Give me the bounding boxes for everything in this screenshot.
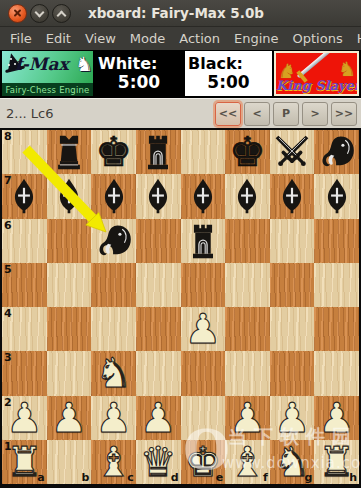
square-f6[interactable] bbox=[225, 219, 270, 263]
rank-label-6: 6 bbox=[4, 219, 12, 232]
square-g6[interactable] bbox=[270, 219, 315, 263]
rank-label-3: 3 bbox=[4, 351, 12, 364]
square-g1[interactable]: g♞ bbox=[270, 440, 315, 484]
square-c1[interactable]: c♝ bbox=[91, 440, 136, 484]
chevron-up-icon bbox=[57, 10, 67, 20]
square-f2[interactable]: ♟ bbox=[225, 396, 270, 440]
current-move-text: 2... Lc6 bbox=[6, 106, 212, 121]
square-b1[interactable]: b bbox=[47, 440, 92, 484]
white-knight-icon: ♞ bbox=[75, 52, 93, 76]
white-pawn: ♟ bbox=[184, 307, 221, 351]
square-b2[interactable]: ♟ bbox=[47, 396, 92, 440]
white-engine-logo: f-Max ♞ Fairy-Chess Engine bbox=[2, 51, 93, 96]
black-spartan-king: ♚ bbox=[229, 130, 266, 174]
nav-to-start-button[interactable]: << bbox=[215, 102, 241, 126]
nav-pause-button[interactable]: P bbox=[273, 102, 299, 126]
square-a4[interactable]: 4 bbox=[2, 307, 47, 351]
black-lieutenant-elephant bbox=[317, 132, 357, 172]
black-spartan-king: ♚ bbox=[95, 130, 132, 174]
square-e7[interactable] bbox=[181, 174, 226, 218]
square-b5[interactable] bbox=[47, 263, 92, 307]
black-hoplite-spear bbox=[94, 176, 134, 216]
square-d5[interactable] bbox=[136, 263, 181, 307]
black-hoplite-spear bbox=[138, 176, 178, 216]
board: 8 ♚ ♚ 7 bbox=[2, 130, 359, 484]
close-button[interactable] bbox=[8, 4, 27, 23]
black-clock[interactable]: Black: 5:00 bbox=[185, 51, 272, 96]
file-label-h: h bbox=[349, 471, 357, 484]
square-c8[interactable]: ♚ bbox=[91, 130, 136, 174]
white-clock[interactable]: White: 5:00 bbox=[95, 51, 183, 96]
rank-label-5: 5 bbox=[4, 263, 12, 276]
black-engine-name: King Slayer bbox=[276, 78, 357, 93]
file-label-g: g bbox=[305, 471, 313, 484]
square-a7[interactable]: 7 bbox=[2, 174, 47, 218]
white-pawn: ♟ bbox=[140, 396, 177, 440]
square-a2[interactable]: 2♟ bbox=[2, 396, 47, 440]
black-warlord-crossed-swords bbox=[272, 132, 312, 172]
square-d6[interactable] bbox=[136, 219, 181, 263]
square-a1[interactable]: 1a♜ bbox=[2, 440, 47, 484]
file-label-d: d bbox=[171, 471, 179, 484]
black-hoplite-spear bbox=[183, 176, 223, 216]
white-pawn: ♟ bbox=[229, 396, 266, 440]
square-c7[interactable] bbox=[91, 174, 136, 218]
white-pawn: ♟ bbox=[274, 396, 311, 440]
square-e6[interactable] bbox=[181, 219, 226, 263]
square-c6[interactable] bbox=[91, 219, 136, 263]
square-e3[interactable] bbox=[181, 351, 226, 395]
menu-file[interactable]: File bbox=[3, 29, 39, 48]
file-label-a: a bbox=[37, 471, 44, 484]
square-d1[interactable]: d♛ bbox=[136, 440, 181, 484]
square-h6[interactable] bbox=[314, 219, 359, 263]
maximize-button[interactable] bbox=[52, 4, 71, 23]
white-engine-name: f-Max bbox=[15, 54, 69, 74]
white-pawn: ♟ bbox=[51, 396, 88, 440]
square-f7[interactable] bbox=[225, 174, 270, 218]
square-d3[interactable] bbox=[136, 351, 181, 395]
square-f3[interactable] bbox=[225, 351, 270, 395]
black-clock-label: Black: bbox=[185, 55, 272, 73]
square-b8[interactable] bbox=[47, 130, 92, 174]
menu-mode[interactable]: Mode bbox=[123, 29, 172, 48]
square-a3[interactable]: 3 bbox=[2, 351, 47, 395]
square-c3[interactable]: ♞ bbox=[91, 351, 136, 395]
square-f1[interactable]: f♝ bbox=[225, 440, 270, 484]
square-g5[interactable] bbox=[270, 263, 315, 307]
move-bar: 2... Lc6 <<<P>>> bbox=[0, 98, 361, 128]
square-e5[interactable] bbox=[181, 263, 226, 307]
square-b4[interactable] bbox=[47, 307, 92, 351]
window-title: xboard: Fairy-Max 5.0b bbox=[88, 5, 264, 21]
square-a8[interactable]: 8 bbox=[2, 130, 47, 174]
xboard-window: xboard: Fairy-Max 5.0b FileEditViewModeA… bbox=[0, 0, 361, 488]
square-g8[interactable] bbox=[270, 130, 315, 174]
rank-label-1: 1 bbox=[4, 440, 12, 453]
square-g2[interactable]: ♟ bbox=[270, 396, 315, 440]
square-h8[interactable] bbox=[314, 130, 359, 174]
menu-help[interactable]: Help bbox=[350, 29, 361, 48]
black-lieutenant-elephant bbox=[94, 221, 134, 261]
square-d8[interactable] bbox=[136, 130, 181, 174]
rank-label-4: 4 bbox=[4, 307, 12, 320]
rank-label-8: 8 bbox=[4, 130, 12, 143]
white-pawn: ♟ bbox=[95, 396, 132, 440]
square-e2[interactable] bbox=[181, 396, 226, 440]
menu-options[interactable]: Options bbox=[286, 29, 350, 48]
square-b6[interactable] bbox=[47, 219, 92, 263]
square-c2[interactable]: ♟ bbox=[91, 396, 136, 440]
square-h2[interactable]: ♟ bbox=[314, 396, 359, 440]
square-g7[interactable] bbox=[270, 174, 315, 218]
square-b7[interactable] bbox=[47, 174, 92, 218]
file-label-e: e bbox=[216, 471, 223, 484]
square-d7[interactable] bbox=[136, 174, 181, 218]
square-g4[interactable] bbox=[270, 307, 315, 351]
square-h5[interactable] bbox=[314, 263, 359, 307]
menu-view[interactable]: View bbox=[78, 29, 123, 48]
black-general-crowned-rook bbox=[49, 132, 89, 172]
file-label-b: b bbox=[81, 471, 89, 484]
white-knight: ♞ bbox=[95, 351, 132, 395]
white-pawn: ♟ bbox=[318, 396, 355, 440]
black-hoplite-spear bbox=[317, 176, 357, 216]
board-frame: 8 ♚ ♚ 7 bbox=[0, 128, 361, 488]
black-captain-tower bbox=[138, 132, 178, 172]
square-a6[interactable]: 6 bbox=[2, 219, 47, 263]
square-d4[interactable] bbox=[136, 307, 181, 351]
square-f8[interactable]: ♚ bbox=[225, 130, 270, 174]
square-h1[interactable]: h♜ bbox=[314, 440, 359, 484]
file-label-f: f bbox=[263, 471, 268, 484]
menu-bar: FileEditViewModeActionEngineOptionsHelp bbox=[0, 27, 361, 50]
title-bar: xboard: Fairy-Max 5.0b bbox=[0, 0, 361, 27]
square-h7[interactable] bbox=[314, 174, 359, 218]
rank-label-2: 2 bbox=[4, 396, 12, 409]
chevron-down-icon bbox=[35, 7, 45, 17]
star-sparkles-icon bbox=[10, 58, 12, 60]
white-bishop: ♝ bbox=[229, 440, 266, 484]
black-hoplite-spear bbox=[272, 176, 312, 216]
square-f5[interactable] bbox=[225, 263, 270, 307]
rank-label-7: 7 bbox=[4, 174, 12, 187]
menu-action[interactable]: Action bbox=[172, 29, 227, 48]
square-f4[interactable] bbox=[225, 307, 270, 351]
menu-engine[interactable]: Engine bbox=[227, 29, 286, 48]
black-hoplite-spear bbox=[49, 176, 89, 216]
nav-to-end-button[interactable]: >> bbox=[331, 102, 357, 126]
nav-back-button[interactable]: < bbox=[244, 102, 270, 126]
square-g3[interactable] bbox=[270, 351, 315, 395]
black-clock-time: 5:00 bbox=[185, 73, 272, 93]
nav-forward-button[interactable]: > bbox=[302, 102, 328, 126]
square-e8[interactable] bbox=[181, 130, 226, 174]
square-a5[interactable]: 5 bbox=[2, 263, 47, 307]
minimize-button[interactable] bbox=[30, 4, 49, 23]
square-e1[interactable]: e♚ bbox=[181, 440, 226, 484]
white-clock-time: 5:00 bbox=[95, 73, 183, 93]
square-h3[interactable] bbox=[314, 351, 359, 395]
black-engine-logo: ♞ ♞ King Slayer bbox=[274, 51, 359, 96]
square-c4[interactable] bbox=[91, 307, 136, 351]
square-c5[interactable] bbox=[91, 263, 136, 307]
square-e4[interactable]: ♟ bbox=[181, 307, 226, 351]
engine-clock-row: f-Max ♞ Fairy-Chess Engine White: 5:00 B… bbox=[0, 50, 361, 98]
white-engine-subtitle: Fairy-Chess Engine bbox=[2, 83, 93, 96]
white-clock-label: White: bbox=[95, 55, 183, 73]
nav-button-group: <<<P>>> bbox=[212, 102, 357, 126]
square-b3[interactable] bbox=[47, 351, 92, 395]
square-h4[interactable] bbox=[314, 307, 359, 351]
file-label-c: c bbox=[127, 471, 134, 484]
square-d2[interactable]: ♟ bbox=[136, 396, 181, 440]
menu-edit[interactable]: Edit bbox=[39, 29, 78, 48]
black-hoplite-spear bbox=[227, 176, 267, 216]
black-captain-tower bbox=[183, 221, 223, 261]
